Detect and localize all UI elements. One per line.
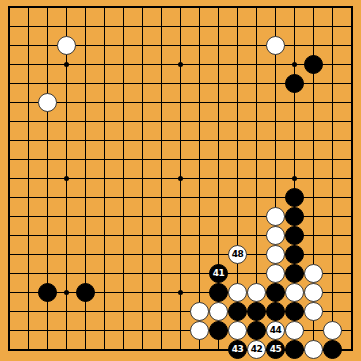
black-stone	[323, 340, 342, 359]
white-stone-move-42: 42	[247, 340, 266, 359]
black-stone	[304, 55, 323, 74]
white-stone	[285, 321, 304, 340]
white-stone	[57, 36, 76, 55]
white-stone	[266, 245, 285, 264]
star-point	[178, 62, 183, 67]
white-stone	[266, 264, 285, 283]
white-stone	[266, 36, 285, 55]
star-point	[178, 176, 183, 181]
star-point	[292, 176, 297, 181]
black-stone	[76, 283, 95, 302]
white-stone	[38, 93, 57, 112]
white-stone-move-48: 48	[228, 245, 247, 264]
black-stone-move-41: 41	[209, 264, 228, 283]
white-stone	[323, 321, 342, 340]
black-stone	[285, 340, 304, 359]
black-stone	[285, 74, 304, 93]
white-stone	[304, 340, 323, 359]
white-stone	[228, 321, 247, 340]
black-stone	[285, 264, 304, 283]
black-stone	[285, 207, 304, 226]
star-point	[64, 290, 69, 295]
white-stone	[209, 302, 228, 321]
black-stone	[209, 321, 228, 340]
white-stone	[304, 264, 323, 283]
black-stone	[209, 283, 228, 302]
star-point	[178, 290, 183, 295]
black-stone	[285, 188, 304, 207]
white-stone	[190, 302, 209, 321]
white-stone	[266, 226, 285, 245]
black-stone	[266, 283, 285, 302]
black-stone-move-45: 45	[266, 340, 285, 359]
white-stone	[228, 283, 247, 302]
black-stone	[266, 302, 285, 321]
grid-line-vertical	[199, 7, 200, 350]
black-stone	[247, 302, 266, 321]
white-stone	[190, 321, 209, 340]
grid-line-vertical	[351, 7, 352, 350]
black-stone	[38, 283, 57, 302]
star-point	[64, 176, 69, 181]
black-stone	[247, 321, 266, 340]
black-stone	[228, 302, 247, 321]
white-stone	[304, 283, 323, 302]
black-stone	[285, 226, 304, 245]
star-point	[64, 62, 69, 67]
black-stone-move-43: 43	[228, 340, 247, 359]
white-stone-move-44: 44	[266, 321, 285, 340]
go-board: 484144434245	[0, 0, 361, 361]
white-stone	[266, 207, 285, 226]
black-stone	[285, 302, 304, 321]
white-stone	[247, 283, 266, 302]
grid-line-vertical	[332, 7, 333, 350]
white-stone	[285, 283, 304, 302]
black-stone	[285, 245, 304, 264]
white-stone	[304, 302, 323, 321]
star-point	[292, 62, 297, 67]
